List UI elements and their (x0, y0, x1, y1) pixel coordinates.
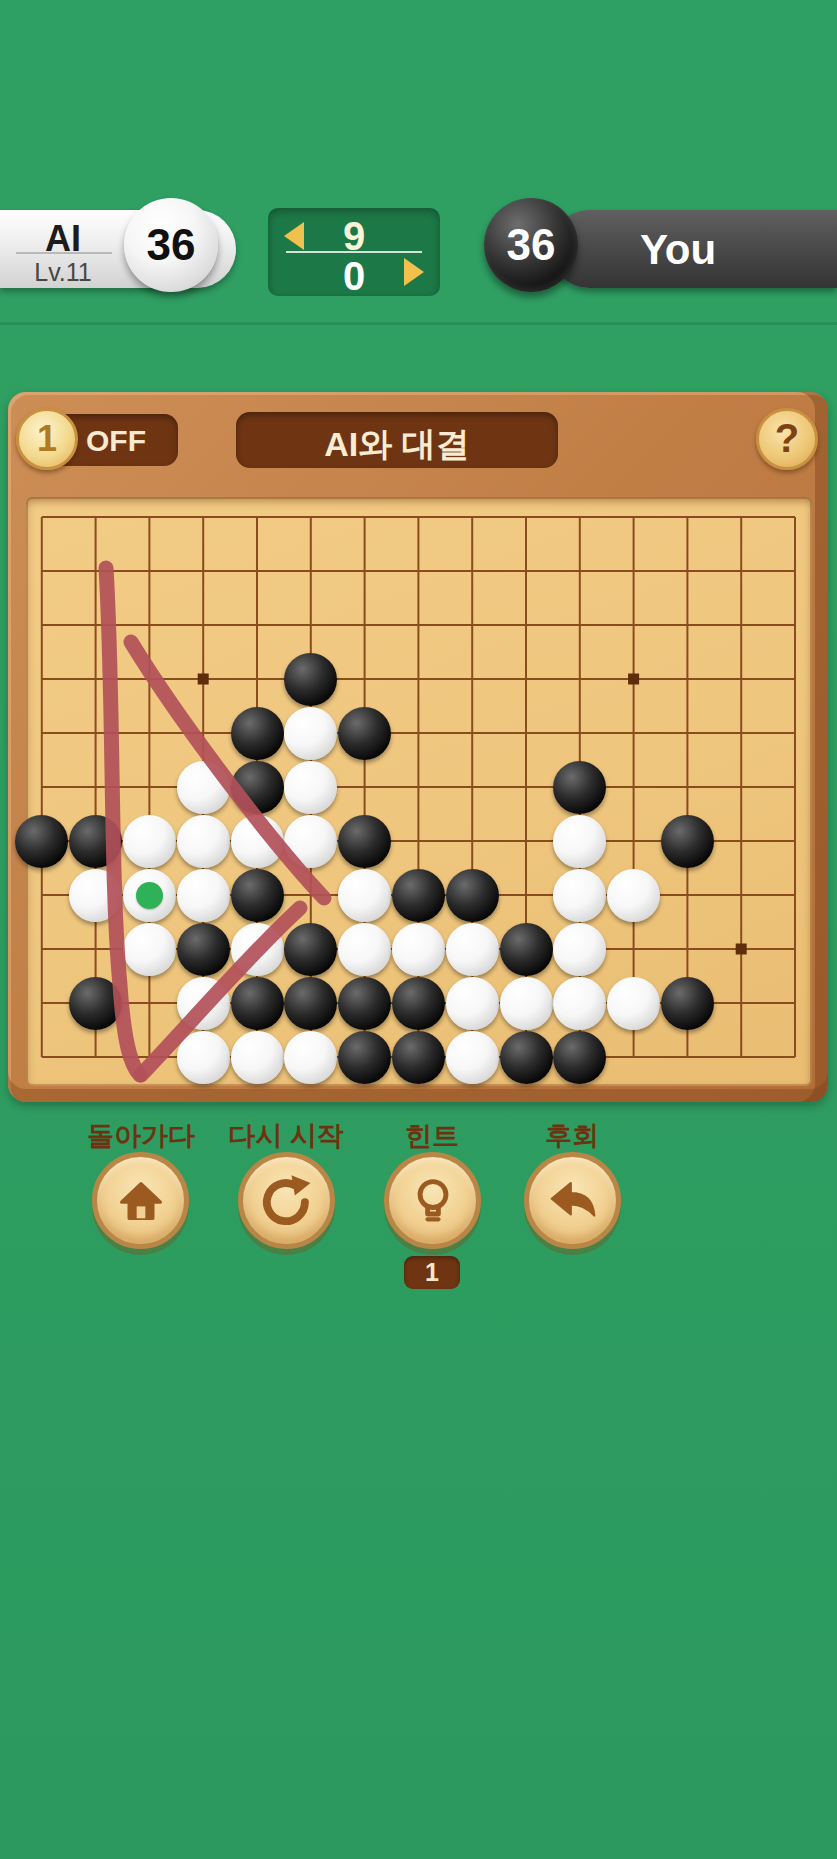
stone-white (553, 977, 606, 1030)
home-button[interactable] (92, 1152, 189, 1249)
hint-button[interactable] (384, 1152, 481, 1249)
stone-white (284, 1031, 337, 1084)
stone-white (177, 869, 230, 922)
stone-white (338, 869, 391, 922)
stone-black (500, 923, 553, 976)
stone-white (338, 923, 391, 976)
last-move-marker (136, 882, 163, 909)
stone-black (500, 1031, 553, 1084)
stone-black (15, 815, 68, 868)
stone-white (446, 923, 499, 976)
stone-white (177, 1031, 230, 1084)
stone-black (231, 761, 284, 814)
stone-white (284, 707, 337, 760)
stone-white (553, 869, 606, 922)
omok-app-screen: AI Lv.11 36 9 0 36 You 1 OFF AI와 대결 ? 돌아… (0, 0, 837, 1859)
stone-black (231, 977, 284, 1030)
stone-white (500, 977, 553, 1030)
you-player-name: You (578, 226, 778, 274)
stone-white (231, 815, 284, 868)
coin-badge: 1 (16, 408, 78, 470)
score-divider (286, 251, 422, 253)
stone-black (231, 707, 284, 760)
help-button[interactable]: ? (756, 408, 818, 470)
hint-count-badge: 1 (404, 1256, 460, 1289)
stone-black (284, 923, 337, 976)
stone-black (661, 977, 714, 1030)
stone-black (392, 869, 445, 922)
undo-label: 후회 (477, 1118, 667, 1154)
stone-white (284, 761, 337, 814)
stone-white (231, 923, 284, 976)
stone-white (553, 923, 606, 976)
stone-black (338, 815, 391, 868)
score-right-arrow-icon[interactable] (404, 258, 424, 286)
ai-pill-divider (16, 252, 112, 254)
stone-black (231, 869, 284, 922)
ai-level-label: Lv.11 (0, 258, 126, 287)
stone-black (553, 1031, 606, 1084)
stone-black (553, 761, 606, 814)
off-toggle-label: OFF (86, 424, 172, 458)
stone-white (69, 869, 122, 922)
stone-white (607, 869, 660, 922)
stone-white (446, 1031, 499, 1084)
stone-white (284, 815, 337, 868)
stone-black (392, 977, 445, 1030)
stone-black (177, 923, 230, 976)
stone-white (177, 815, 230, 868)
stone-white (123, 815, 176, 868)
stone-black (69, 815, 122, 868)
restart-button[interactable] (238, 1152, 335, 1249)
stone-white (607, 977, 660, 1030)
stone-white (177, 761, 230, 814)
stone-white (177, 977, 230, 1030)
stone-white (231, 1031, 284, 1084)
stone-white (123, 923, 176, 976)
stone-white (446, 977, 499, 1030)
background-seam (0, 322, 837, 325)
stone-black (392, 1031, 445, 1084)
stone-black (661, 815, 714, 868)
stone-white (392, 923, 445, 976)
ai-white-stone-count: 36 (124, 198, 218, 292)
stone-white (553, 815, 606, 868)
you-black-stone-count: 36 (484, 198, 578, 292)
stone-black (338, 707, 391, 760)
stone-black (338, 1031, 391, 1084)
stone-black (446, 869, 499, 922)
stone-black (284, 977, 337, 1030)
page-title: AI와 대결 (236, 422, 558, 468)
stone-black (69, 977, 122, 1030)
stone-black (284, 653, 337, 706)
stone-black (338, 977, 391, 1030)
undo-button[interactable] (524, 1152, 621, 1249)
